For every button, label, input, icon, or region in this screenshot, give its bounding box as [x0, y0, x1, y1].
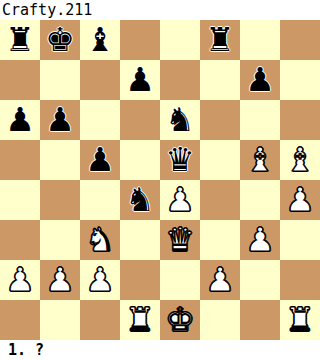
- square-h6[interactable]: [280, 100, 320, 140]
- square-e3[interactable]: ♛: [160, 220, 200, 260]
- piece-white-bishop: ♝: [240, 140, 280, 180]
- piece-black-knight: ♞: [120, 180, 160, 220]
- square-e4[interactable]: ♟: [160, 180, 200, 220]
- square-a4[interactable]: [0, 180, 40, 220]
- square-b5[interactable]: [40, 140, 80, 180]
- piece-white-pawn: ♟: [0, 260, 40, 300]
- piece-white-pawn: ♟: [40, 260, 80, 300]
- square-c4[interactable]: [80, 180, 120, 220]
- square-b6[interactable]: ♟: [40, 100, 80, 140]
- square-h4[interactable]: ♟: [280, 180, 320, 220]
- piece-white-pawn: ♟: [200, 260, 240, 300]
- piece-white-rook: ♜: [120, 300, 160, 340]
- square-b3[interactable]: [40, 220, 80, 260]
- square-f1[interactable]: [200, 300, 240, 340]
- square-e1[interactable]: ♚: [160, 300, 200, 340]
- square-c7[interactable]: [80, 60, 120, 100]
- square-a8[interactable]: ♜: [0, 20, 40, 60]
- piece-black-pawn: ♟: [40, 100, 80, 140]
- piece-white-rook: ♜: [280, 300, 320, 340]
- square-g8[interactable]: [240, 20, 280, 60]
- piece-black-pawn: ♟: [80, 140, 120, 180]
- square-f8[interactable]: ♜: [200, 20, 240, 60]
- piece-white-pawn: ♟: [160, 180, 200, 220]
- square-d2[interactable]: [120, 260, 160, 300]
- square-d5[interactable]: [120, 140, 160, 180]
- square-a5[interactable]: [0, 140, 40, 180]
- square-d3[interactable]: [120, 220, 160, 260]
- piece-black-king: ♚: [40, 20, 80, 60]
- square-f3[interactable]: [200, 220, 240, 260]
- square-f6[interactable]: [200, 100, 240, 140]
- square-b2[interactable]: ♟: [40, 260, 80, 300]
- square-g7[interactable]: ♟: [240, 60, 280, 100]
- square-a3[interactable]: [0, 220, 40, 260]
- move-prompt: 1. ?: [0, 340, 320, 360]
- square-h1[interactable]: ♜: [280, 300, 320, 340]
- piece-white-pawn: ♟: [80, 260, 120, 300]
- piece-black-rook: ♜: [0, 20, 40, 60]
- square-h5[interactable]: ♝: [280, 140, 320, 180]
- square-e2[interactable]: [160, 260, 200, 300]
- square-g3[interactable]: ♟: [240, 220, 280, 260]
- piece-white-queen: ♛: [160, 220, 200, 260]
- chess-board: ♜♚♝♜♟♟♟♟♞♟♛♝♝♞♟♟♞♛♟♟♟♟♟♜♚♜: [0, 20, 320, 340]
- piece-black-queen: ♛: [160, 140, 200, 180]
- square-e6[interactable]: ♞: [160, 100, 200, 140]
- square-c8[interactable]: ♝: [80, 20, 120, 60]
- square-e5[interactable]: ♛: [160, 140, 200, 180]
- square-f2[interactable]: ♟: [200, 260, 240, 300]
- square-h7[interactable]: [280, 60, 320, 100]
- square-c6[interactable]: [80, 100, 120, 140]
- piece-black-rook: ♜: [200, 20, 240, 60]
- square-d4[interactable]: ♞: [120, 180, 160, 220]
- square-a7[interactable]: [0, 60, 40, 100]
- square-e8[interactable]: [160, 20, 200, 60]
- square-f5[interactable]: [200, 140, 240, 180]
- square-g1[interactable]: [240, 300, 280, 340]
- piece-white-knight: ♞: [80, 220, 120, 260]
- piece-black-bishop: ♝: [80, 20, 120, 60]
- piece-black-pawn: ♟: [240, 60, 280, 100]
- piece-white-bishop: ♝: [280, 140, 320, 180]
- square-a1[interactable]: [0, 300, 40, 340]
- square-e7[interactable]: [160, 60, 200, 100]
- square-g5[interactable]: ♝: [240, 140, 280, 180]
- crafty-window: Crafty.211 ♜♚♝♜♟♟♟♟♞♟♛♝♝♞♟♟♞♛♟♟♟♟♟♜♚♜ 1.…: [0, 0, 320, 360]
- square-h3[interactable]: [280, 220, 320, 260]
- square-f4[interactable]: [200, 180, 240, 220]
- square-b7[interactable]: [40, 60, 80, 100]
- square-a2[interactable]: ♟: [0, 260, 40, 300]
- square-c5[interactable]: ♟: [80, 140, 120, 180]
- square-a6[interactable]: ♟: [0, 100, 40, 140]
- piece-white-pawn: ♟: [280, 180, 320, 220]
- square-d7[interactable]: ♟: [120, 60, 160, 100]
- square-b8[interactable]: ♚: [40, 20, 80, 60]
- square-c3[interactable]: ♞: [80, 220, 120, 260]
- square-f7[interactable]: [200, 60, 240, 100]
- window-title: Crafty.211: [0, 0, 320, 20]
- square-d8[interactable]: [120, 20, 160, 60]
- square-b4[interactable]: [40, 180, 80, 220]
- square-h8[interactable]: [280, 20, 320, 60]
- square-b1[interactable]: [40, 300, 80, 340]
- square-d1[interactable]: ♜: [120, 300, 160, 340]
- square-d6[interactable]: [120, 100, 160, 140]
- piece-white-king: ♚: [160, 300, 200, 340]
- piece-black-pawn: ♟: [120, 60, 160, 100]
- square-g4[interactable]: [240, 180, 280, 220]
- piece-white-pawn: ♟: [240, 220, 280, 260]
- square-g6[interactable]: [240, 100, 280, 140]
- square-h2[interactable]: [280, 260, 320, 300]
- square-g2[interactable]: [240, 260, 280, 300]
- piece-black-knight: ♞: [160, 100, 200, 140]
- piece-black-pawn: ♟: [0, 100, 40, 140]
- square-c1[interactable]: [80, 300, 120, 340]
- square-c2[interactable]: ♟: [80, 260, 120, 300]
